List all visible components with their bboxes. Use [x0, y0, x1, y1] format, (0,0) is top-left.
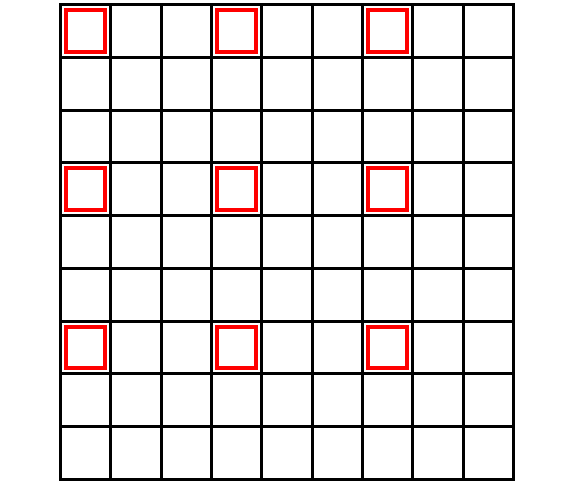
grid-cell-r8c0[interactable] — [62, 428, 109, 478]
grid-cell-r4c5[interactable] — [314, 217, 361, 267]
grid-cell-r7c2[interactable] — [163, 375, 210, 425]
grid-cell-r3c7[interactable] — [414, 164, 461, 214]
grid-cell-r1c1[interactable] — [112, 59, 159, 109]
grid-cell-r7c5[interactable] — [314, 375, 361, 425]
grid-cell-r3c3[interactable] — [213, 164, 260, 214]
grid-cell-r4c3[interactable] — [213, 217, 260, 267]
highlight-marker — [64, 8, 107, 54]
grid-cell-r0c0[interactable] — [62, 6, 109, 56]
grid-cell-r3c0[interactable] — [62, 164, 109, 214]
grid-cell-r0c6[interactable] — [364, 6, 411, 56]
grid-cell-r6c6[interactable] — [364, 323, 411, 373]
grid-cell-r4c2[interactable] — [163, 217, 210, 267]
grid-cell-r1c3[interactable] — [213, 59, 260, 109]
grid-cell-r0c1[interactable] — [112, 6, 159, 56]
grid-cell-r2c6[interactable] — [364, 112, 411, 162]
grid-cell-r6c5[interactable] — [314, 323, 361, 373]
grid-cell-r1c4[interactable] — [263, 59, 310, 109]
grid-cell-r6c7[interactable] — [414, 323, 461, 373]
grid-cell-r2c0[interactable] — [62, 112, 109, 162]
highlight-marker — [366, 8, 409, 54]
grid-cell-r8c3[interactable] — [213, 428, 260, 478]
grid-cell-r5c5[interactable] — [314, 270, 361, 320]
grid-cell-r1c7[interactable] — [414, 59, 461, 109]
grid-cell-r8c5[interactable] — [314, 428, 361, 478]
grid-cell-r7c3[interactable] — [213, 375, 260, 425]
grid-cell-r3c6[interactable] — [364, 164, 411, 214]
grid-cell-r5c8[interactable] — [465, 270, 512, 320]
grid-cell-r6c4[interactable] — [263, 323, 310, 373]
grid-cell-r3c8[interactable] — [465, 164, 512, 214]
grid-cell-r6c8[interactable] — [465, 323, 512, 373]
grid-cell-r5c7[interactable] — [414, 270, 461, 320]
grid-cell-r1c0[interactable] — [62, 59, 109, 109]
grid-cell-r8c8[interactable] — [465, 428, 512, 478]
grid-cell-r8c4[interactable] — [263, 428, 310, 478]
grid-cell-r4c7[interactable] — [414, 217, 461, 267]
grid-cell-r6c2[interactable] — [163, 323, 210, 373]
grid-cell-r6c0[interactable] — [62, 323, 109, 373]
grid-cell-r2c8[interactable] — [465, 112, 512, 162]
grid-cell-r2c4[interactable] — [263, 112, 310, 162]
grid-cell-r5c1[interactable] — [112, 270, 159, 320]
grid-cell-r5c6[interactable] — [364, 270, 411, 320]
grid-cell-r0c2[interactable] — [163, 6, 210, 56]
grid-cell-r4c1[interactable] — [112, 217, 159, 267]
grid-cell-r5c2[interactable] — [163, 270, 210, 320]
grid-cell-r2c5[interactable] — [314, 112, 361, 162]
grid-cell-r2c1[interactable] — [112, 112, 159, 162]
grid-cell-r7c6[interactable] — [364, 375, 411, 425]
grid-cell-r4c6[interactable] — [364, 217, 411, 267]
highlight-marker — [366, 166, 409, 212]
grid-cell-r1c6[interactable] — [364, 59, 411, 109]
grid-cell-r3c5[interactable] — [314, 164, 361, 214]
grid-cell-r0c5[interactable] — [314, 6, 361, 56]
grid-cell-r0c3[interactable] — [213, 6, 260, 56]
grid-cell-r6c1[interactable] — [112, 323, 159, 373]
grid-cell-r0c7[interactable] — [414, 6, 461, 56]
grid-cell-r3c1[interactable] — [112, 164, 159, 214]
grid-cell-r7c7[interactable] — [414, 375, 461, 425]
highlight-marker — [64, 325, 107, 371]
grid-cell-r8c2[interactable] — [163, 428, 210, 478]
grid-cell-r7c1[interactable] — [112, 375, 159, 425]
grid-cell-r1c2[interactable] — [163, 59, 210, 109]
grid-cell-r8c1[interactable] — [112, 428, 159, 478]
highlight-marker — [215, 8, 258, 54]
highlight-marker — [366, 325, 409, 371]
highlight-marker — [215, 325, 258, 371]
grid-cell-r6c3[interactable] — [213, 323, 260, 373]
page — [0, 0, 570, 490]
grid-cell-r0c4[interactable] — [263, 6, 310, 56]
highlight-marker — [64, 166, 107, 212]
grid-cell-r7c4[interactable] — [263, 375, 310, 425]
grid-cell-r3c2[interactable] — [163, 164, 210, 214]
grid-cell-r5c0[interactable] — [62, 270, 109, 320]
grid-cell-r4c4[interactable] — [263, 217, 310, 267]
grid-cell-r3c4[interactable] — [263, 164, 310, 214]
grid-cell-r8c6[interactable] — [364, 428, 411, 478]
grid-cell-r4c0[interactable] — [62, 217, 109, 267]
grid-cell-r2c3[interactable] — [213, 112, 260, 162]
grid-cell-r5c3[interactable] — [213, 270, 260, 320]
grid-cell-r8c7[interactable] — [414, 428, 461, 478]
grid-cell-r1c8[interactable] — [465, 59, 512, 109]
highlight-marker — [215, 166, 258, 212]
grid-cell-r4c8[interactable] — [465, 217, 512, 267]
grid-cell-r7c8[interactable] — [465, 375, 512, 425]
grid-cell-r5c4[interactable] — [263, 270, 310, 320]
grid-cell-r1c5[interactable] — [314, 59, 361, 109]
grid-cell-r0c8[interactable] — [465, 6, 512, 56]
puzzle-grid — [59, 3, 515, 481]
grid-cell-r2c2[interactable] — [163, 112, 210, 162]
grid-cell-r7c0[interactable] — [62, 375, 109, 425]
grid-cell-r2c7[interactable] — [414, 112, 461, 162]
